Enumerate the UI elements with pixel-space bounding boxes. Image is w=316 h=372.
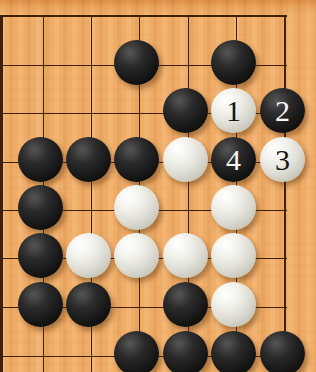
white-stone [211, 185, 256, 230]
black-stone [211, 40, 256, 85]
white-stone [66, 233, 111, 278]
go-diagram: 1243 [0, 0, 316, 372]
white-stone [114, 185, 159, 230]
move-number-label: 4 [226, 145, 241, 175]
white-stone [163, 233, 208, 278]
black-stone [211, 331, 256, 372]
move-number-label: 3 [275, 145, 290, 175]
move-number-label: 1 [226, 96, 241, 126]
black-stone [163, 331, 208, 372]
black-stone: 4 [211, 137, 256, 182]
black-stone: 2 [260, 88, 305, 133]
black-stone [163, 282, 208, 327]
white-stone [211, 233, 256, 278]
go-board[interactable]: 1243 [0, 0, 316, 372]
grid-line-vertical [0, 15, 3, 372]
white-stone: 1 [211, 88, 256, 133]
black-stone [66, 137, 111, 182]
black-stone [18, 185, 63, 230]
black-stone [18, 137, 63, 182]
white-stone [211, 282, 256, 327]
white-stone [163, 137, 208, 182]
move-number-label: 2 [275, 96, 290, 126]
grid-line-vertical [284, 15, 286, 372]
black-stone [18, 282, 63, 327]
black-stone [114, 331, 159, 372]
white-stone: 3 [260, 137, 305, 182]
black-stone [114, 137, 159, 182]
black-stone [163, 88, 208, 133]
black-stone [66, 282, 111, 327]
black-stone [18, 233, 63, 278]
black-stone [260, 331, 305, 372]
black-stone [114, 40, 159, 85]
white-stone [114, 233, 159, 278]
